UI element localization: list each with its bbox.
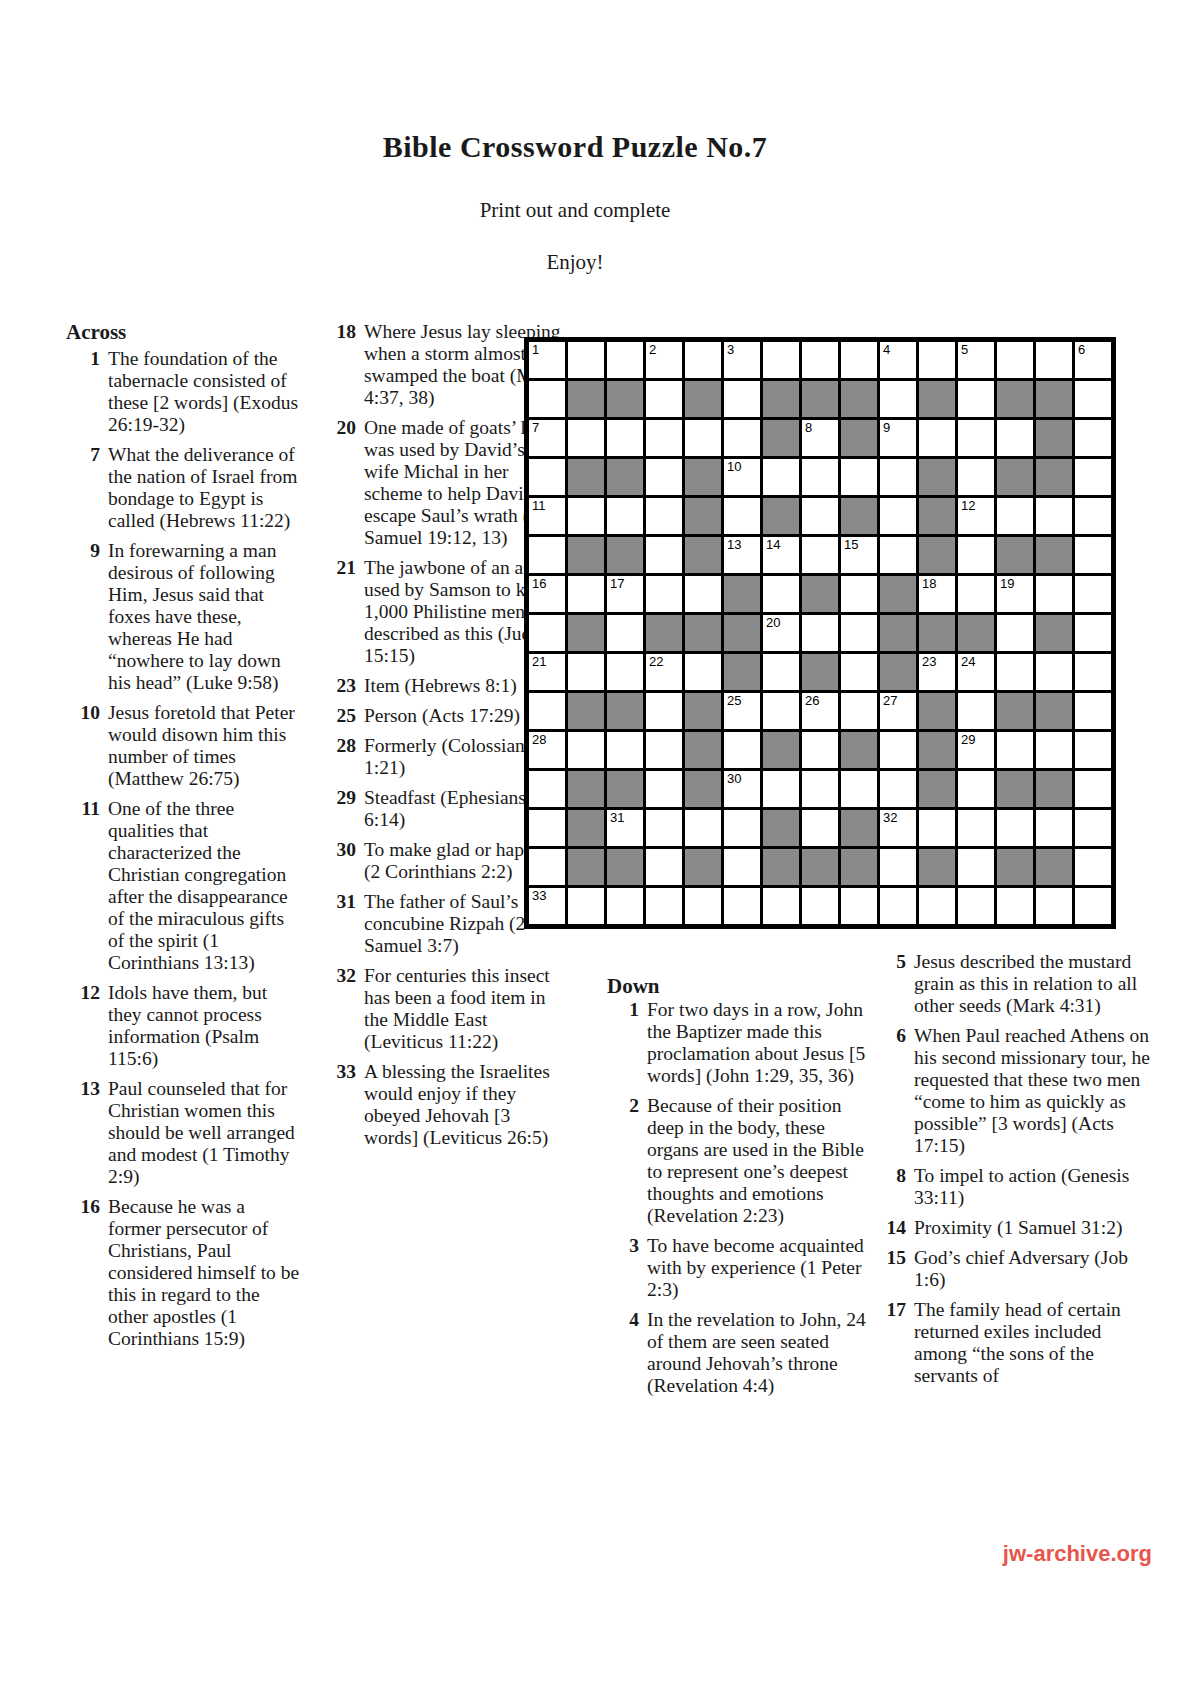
cell-r11c4[interactable] [646,732,682,768]
cell-number: 31 [610,810,624,825]
cell-number: 29 [961,732,975,747]
cell-r1c15[interactable]: 6 [1075,342,1111,378]
cell-r7c3[interactable]: 17 [607,576,643,612]
clue-down-4: 4In the revelation to John, 24 of them a… [605,1309,867,1397]
block-r10c5 [685,693,721,729]
cell-r4c15[interactable] [1075,459,1111,495]
cell-r11c2[interactable] [568,732,604,768]
cell-r9c7[interactable] [763,654,799,690]
cell-r5c6[interactable] [724,498,760,534]
page-title: Bible Crossword Puzzle No.7 [0,130,1150,164]
clue-text: In the revelation to John, 24 of them ar… [647,1309,867,1397]
block-r14c5 [685,849,721,885]
cell-r3c15[interactable] [1075,420,1111,456]
block-r4c13 [997,459,1033,495]
block-r8c2 [568,615,604,651]
cell-r10c6[interactable]: 25 [724,693,760,729]
cell-r15c11[interactable] [919,888,955,924]
clue-number: 1 [605,999,647,1087]
cell-r15c6[interactable] [724,888,760,924]
block-r7c10 [880,576,916,612]
block-r2c2 [568,381,604,417]
cell-r9c1[interactable]: 21 [529,654,565,690]
block-r12c5 [685,771,721,807]
cell-r11c15[interactable] [1075,732,1111,768]
clue-number: 33 [322,1061,364,1149]
cell-r15c14[interactable] [1036,888,1072,924]
block-r12c14 [1036,771,1072,807]
block-r8c6 [724,615,760,651]
block-r6c5 [685,537,721,573]
cell-r3c10[interactable]: 9 [880,420,916,456]
block-r8c4 [646,615,682,651]
cell-r1c1[interactable]: 1 [529,342,565,378]
cell-r5c13[interactable] [997,498,1033,534]
cell-r6c7[interactable]: 14 [763,537,799,573]
clue-across-9: 9In forewarning a man desirous of follow… [66,540,302,694]
cell-number: 7 [532,420,539,435]
block-r4c5 [685,459,721,495]
clue-down-6: 6When Paul reached Athens on his second … [860,1025,1158,1157]
cell-number: 25 [727,693,741,708]
cell-r7c1[interactable]: 16 [529,576,565,612]
cell-r9c11[interactable]: 23 [919,654,955,690]
block-r13c2 [568,810,604,846]
block-r9c10 [880,654,916,690]
cell-r7c11[interactable]: 18 [919,576,955,612]
cell-number: 18 [922,576,936,591]
block-r10c2 [568,693,604,729]
block-r12c2 [568,771,604,807]
cell-r11c12[interactable]: 29 [958,732,994,768]
cell-r10c4[interactable] [646,693,682,729]
cell-number: 21 [532,654,546,669]
block-r4c14 [1036,459,1072,495]
cell-r6c10[interactable] [880,537,916,573]
cell-r7c13[interactable]: 19 [997,576,1033,612]
cell-r7c12[interactable] [958,576,994,612]
cell-r3c6[interactable] [724,420,760,456]
clue-number: 29 [322,787,364,831]
cell-r15c3[interactable] [607,888,643,924]
cell-r6c4[interactable] [646,537,682,573]
cell-number: 2 [649,342,656,357]
cell-r9c14[interactable] [1036,654,1072,690]
cell-r6c9[interactable]: 15 [841,537,877,573]
clue-number: 31 [322,891,364,957]
block-r2c13 [997,381,1033,417]
cell-r10c10[interactable]: 27 [880,693,916,729]
cell-r13c13[interactable] [997,810,1033,846]
clue-number: 28 [322,735,364,779]
cell-r13c11[interactable] [919,810,955,846]
cell-r11c3[interactable] [607,732,643,768]
cell-number: 28 [532,732,546,747]
clue-number: 18 [322,321,364,409]
cell-r6c12[interactable] [958,537,994,573]
block-r11c11 [919,732,955,768]
cell-r6c15[interactable] [1075,537,1111,573]
cell-r15c13[interactable] [997,888,1033,924]
cell-r12c4[interactable] [646,771,682,807]
cell-r13c12[interactable] [958,810,994,846]
cell-number: 19 [1000,576,1014,591]
cell-r15c8[interactable] [802,888,838,924]
clue-text: To have become acquainted with by experi… [647,1235,867,1301]
clue-number: 21 [322,557,364,667]
cell-r10c1[interactable] [529,693,565,729]
block-r2c5 [685,381,721,417]
cell-r10c7[interactable] [763,693,799,729]
block-r3c14 [1036,420,1072,456]
cell-r11c6[interactable] [724,732,760,768]
cell-r3c8[interactable]: 8 [802,420,838,456]
cell-r4c12[interactable] [958,459,994,495]
site-logo: jw-archive.org [1003,1541,1152,1567]
cell-r3c12[interactable] [958,420,994,456]
cell-r3c2[interactable] [568,420,604,456]
cell-r9c12[interactable]: 24 [958,654,994,690]
cell-r8c1[interactable] [529,615,565,651]
cell-r5c15[interactable] [1075,498,1111,534]
clue-text: One of the three qualities that characte… [108,798,302,974]
block-r11c5 [685,732,721,768]
block-r12c3 [607,771,643,807]
cell-r1c12[interactable]: 5 [958,342,994,378]
clue-across-32: 32For centuries this insect has been a f… [322,965,562,1053]
cell-r10c15[interactable] [1075,693,1111,729]
clue-down-8: 8To impel to action (Genesis 33:11) [860,1165,1158,1209]
cell-r7c7[interactable] [763,576,799,612]
cell-r10c8[interactable]: 26 [802,693,838,729]
clue-number: 25 [322,705,364,727]
cell-r5c10[interactable] [880,498,916,534]
block-r3c7 [763,420,799,456]
cell-r14c4[interactable] [646,849,682,885]
cell-r4c6[interactable]: 10 [724,459,760,495]
cell-r11c13[interactable] [997,732,1033,768]
clue-text: When Paul reached Athens on his second m… [914,1025,1158,1157]
cell-r13c6[interactable] [724,810,760,846]
cell-number: 9 [883,420,890,435]
clue-number: 5 [860,951,914,1017]
cell-number: 3 [727,342,734,357]
cell-r15c7[interactable] [763,888,799,924]
clue-number: 9 [66,540,108,694]
block-r2c9 [841,381,877,417]
cell-r5c3[interactable] [607,498,643,534]
block-r6c11 [919,537,955,573]
cell-r12c1[interactable] [529,771,565,807]
clue-number: 16 [66,1196,108,1350]
block-r7c8 [802,576,838,612]
clue-text: The foundation of the tabernacle consist… [108,348,302,436]
block-r12c11 [919,771,955,807]
cell-r4c4[interactable] [646,459,682,495]
clue-number: 1 [66,348,108,436]
block-r14c8 [802,849,838,885]
cell-r12c9[interactable] [841,771,877,807]
cell-number: 22 [649,654,663,669]
cell-r11c1[interactable]: 28 [529,732,565,768]
block-r8c5 [685,615,721,651]
clue-number: 6 [860,1025,914,1157]
down-clues-column-2: 5Jesus described the mustard grain as th… [860,951,1158,1395]
clue-across-13: 13Paul counseled that for Christian wome… [66,1078,302,1188]
cell-r3c5[interactable] [685,420,721,456]
cell-r1c6[interactable]: 3 [724,342,760,378]
cell-r7c2[interactable] [568,576,604,612]
clue-across-1: 1The foundation of the tabernacle consis… [66,348,302,436]
cell-number: 13 [727,537,741,552]
block-r6c13 [997,537,1033,573]
cell-r13c14[interactable] [1036,810,1072,846]
clue-text: A blessing the Israelites would enjoy if… [364,1061,562,1149]
block-r6c14 [1036,537,1072,573]
cell-number: 33 [532,888,546,903]
cell-r3c3[interactable] [607,420,643,456]
cell-r3c11[interactable] [919,420,955,456]
cell-r14c10[interactable] [880,849,916,885]
cell-r1c9[interactable] [841,342,877,378]
cell-r6c1[interactable] [529,537,565,573]
cell-r13c1[interactable] [529,810,565,846]
clue-number: 11 [66,798,108,974]
cell-r3c13[interactable] [997,420,1033,456]
clue-number: 20 [322,417,364,549]
page-subtitle: Print out and complete [0,198,1150,223]
block-r7c6 [724,576,760,612]
cell-number: 15 [844,537,858,552]
cell-r15c4[interactable] [646,888,682,924]
clue-down-1: 1For two days in a row, John the Baptize… [605,999,867,1087]
cell-number: 1 [532,342,539,357]
clue-text: Because he was a former persecutor of Ch… [108,1196,302,1350]
cell-r4c10[interactable] [880,459,916,495]
cell-number: 27 [883,693,897,708]
clue-text: What the deliverance of the nation of Is… [108,444,302,532]
cell-number: 20 [766,615,780,630]
cell-r5c4[interactable] [646,498,682,534]
clue-number: 2 [605,1095,647,1227]
cell-r8c7[interactable]: 20 [763,615,799,651]
cell-r1c8[interactable] [802,342,838,378]
cell-r1c5[interactable] [685,342,721,378]
cell-r4c1[interactable] [529,459,565,495]
clue-number: 7 [66,444,108,532]
cell-r9c2[interactable] [568,654,604,690]
block-r9c8 [802,654,838,690]
block-r11c7 [763,732,799,768]
cell-r12c8[interactable] [802,771,838,807]
cell-r13c8[interactable] [802,810,838,846]
cell-number: 10 [727,459,741,474]
cell-r15c5[interactable] [685,888,721,924]
cell-r13c4[interactable] [646,810,682,846]
cell-number: 4 [883,342,890,357]
cell-r12c7[interactable] [763,771,799,807]
cell-number: 5 [961,342,968,357]
cell-r4c9[interactable] [841,459,877,495]
cell-r4c8[interactable] [802,459,838,495]
cell-r8c13[interactable] [997,615,1033,651]
block-r14c2 [568,849,604,885]
cell-r1c10[interactable]: 4 [880,342,916,378]
clue-text: Because of their position deep in the bo… [647,1095,867,1227]
cell-r4c7[interactable] [763,459,799,495]
cell-r2c12[interactable] [958,381,994,417]
cell-r14c6[interactable] [724,849,760,885]
across-section-header: Across [66,320,126,345]
cell-r12c12[interactable] [958,771,994,807]
block-r10c14 [1036,693,1072,729]
cell-r1c14[interactable] [1036,342,1072,378]
clue-down-14: 14Proximity (1 Samuel 31:2) [860,1217,1158,1239]
clue-number: 14 [860,1217,914,1239]
cell-r7c5[interactable] [685,576,721,612]
across-clues-column-1: 1The foundation of the tabernacle consis… [66,348,302,1358]
page-tagline: Enjoy! [0,250,1150,275]
cell-number: 11 [532,498,546,513]
clue-down-2: 2Because of their position deep in the b… [605,1095,867,1227]
cell-r1c4[interactable]: 2 [646,342,682,378]
clue-text: Jesus foretold that Peter would disown h… [108,702,302,790]
cell-number: 23 [922,654,936,669]
cell-r8c3[interactable] [607,615,643,651]
clue-number: 30 [322,839,364,883]
block-r2c7 [763,381,799,417]
clue-number: 4 [605,1309,647,1397]
cell-r1c7[interactable] [763,342,799,378]
cell-number: 32 [883,810,897,825]
cell-r13c10[interactable]: 32 [880,810,916,846]
cell-r15c1[interactable]: 33 [529,888,565,924]
block-r4c3 [607,459,643,495]
block-r3c9 [841,420,877,456]
clue-across-12: 12Idols have them, but they cannot proce… [66,982,302,1070]
clue-across-7: 7What the deliverance of the nation of I… [66,444,302,532]
cell-r9c4[interactable]: 22 [646,654,682,690]
cell-r2c4[interactable] [646,381,682,417]
cell-r9c3[interactable] [607,654,643,690]
clue-across-10: 10Jesus foretold that Peter would disown… [66,702,302,790]
cell-r11c10[interactable] [880,732,916,768]
cell-r15c15[interactable] [1075,888,1111,924]
clue-text: In forewarning a man desirous of followi… [108,540,302,694]
clue-text: Idols have them, but they cannot process… [108,982,302,1070]
cell-r1c2[interactable] [568,342,604,378]
clue-text: For two days in a row, John the Baptizer… [647,999,867,1087]
cell-r14c1[interactable] [529,849,565,885]
cell-r15c10[interactable] [880,888,916,924]
clue-across-11: 11One of the three qualities that charac… [66,798,302,974]
cell-r12c10[interactable] [880,771,916,807]
clue-number: 32 [322,965,364,1053]
clue-text: For centuries this insect has been a foo… [364,965,562,1053]
cell-number: 16 [532,576,546,591]
cell-r15c2[interactable] [568,888,604,924]
block-r6c3 [607,537,643,573]
block-r13c9 [841,810,877,846]
cell-r2c15[interactable] [1075,381,1111,417]
cell-r9c15[interactable] [1075,654,1111,690]
clue-text: Paul counseled that for Christian women … [108,1078,302,1188]
cell-r2c1[interactable] [529,381,565,417]
cell-r9c5[interactable] [685,654,721,690]
cell-r2c6[interactable] [724,381,760,417]
clue-across-16: 16Because he was a former persecutor of … [66,1196,302,1350]
clue-number: 23 [322,675,364,697]
block-r6c2 [568,537,604,573]
cell-r8c15[interactable] [1075,615,1111,651]
cell-r14c15[interactable] [1075,849,1111,885]
cell-r7c9[interactable] [841,576,877,612]
cell-r5c8[interactable] [802,498,838,534]
cell-r8c9[interactable] [841,615,877,651]
cell-r13c15[interactable] [1075,810,1111,846]
cell-r6c8[interactable] [802,537,838,573]
cell-r5c1[interactable]: 11 [529,498,565,534]
cell-r3c1[interactable]: 7 [529,420,565,456]
cell-r11c8[interactable] [802,732,838,768]
cell-r14c12[interactable] [958,849,994,885]
cell-r11c14[interactable] [1036,732,1072,768]
clue-down-5: 5Jesus described the mustard grain as th… [860,951,1158,1017]
cell-number: 14 [766,537,780,552]
block-r4c2 [568,459,604,495]
block-r14c13 [997,849,1033,885]
crossword-grid: 1234567891011121314151617181920212223242… [524,337,1116,929]
cell-number: 17 [610,576,624,591]
block-r9c6 [724,654,760,690]
clue-number: 17 [860,1299,914,1387]
cell-r10c12[interactable] [958,693,994,729]
cell-r7c15[interactable] [1075,576,1111,612]
block-r10c11 [919,693,955,729]
cell-r9c9[interactable] [841,654,877,690]
cell-r5c12[interactable]: 12 [958,498,994,534]
block-r2c3 [607,381,643,417]
cell-r12c15[interactable] [1075,771,1111,807]
cell-r1c11[interactable] [919,342,955,378]
cell-r12c6[interactable]: 30 [724,771,760,807]
cell-r6c6[interactable]: 13 [724,537,760,573]
clue-text: The family head of certain returned exil… [914,1299,1158,1387]
block-r2c14 [1036,381,1072,417]
block-r5c5 [685,498,721,534]
cell-r1c3[interactable] [607,342,643,378]
cell-r15c9[interactable] [841,888,877,924]
clue-text: God’s chief Adversary (Job 1:6) [914,1247,1158,1291]
cell-r3c4[interactable] [646,420,682,456]
cell-r7c4[interactable] [646,576,682,612]
cell-r5c14[interactable] [1036,498,1072,534]
cell-r5c2[interactable] [568,498,604,534]
block-r14c11 [919,849,955,885]
cell-r13c3[interactable]: 31 [607,810,643,846]
block-r14c7 [763,849,799,885]
cell-r1c13[interactable] [997,342,1033,378]
cell-r7c14[interactable] [1036,576,1072,612]
cell-r2c10[interactable] [880,381,916,417]
cell-r10c9[interactable] [841,693,877,729]
cell-r13c5[interactable] [685,810,721,846]
cell-r8c8[interactable] [802,615,838,651]
cell-r15c12[interactable] [958,888,994,924]
cell-number: 12 [961,498,975,513]
down-clues-column-1: 1For two days in a row, John the Baptize… [605,999,867,1405]
cell-r9c13[interactable] [997,654,1033,690]
